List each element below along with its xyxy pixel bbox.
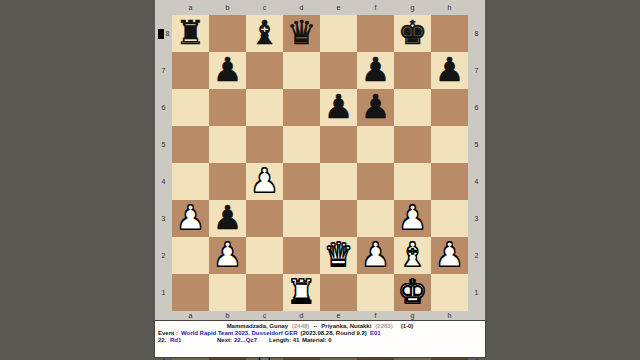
rank-label-1-left: 1 <box>155 274 172 311</box>
square-d4 <box>283 163 320 200</box>
rank-label-5-right: 5 <box>468 126 485 163</box>
square-f2: ♟ <box>357 237 394 274</box>
game-result: (1-0) <box>401 323 414 329</box>
white-pawn-b2: ♟ <box>213 238 243 271</box>
rank-label-8-left: 8 <box>155 15 172 52</box>
black-pawn-f7: ♟ <box>361 53 391 86</box>
square-f1 <box>357 274 394 311</box>
square-b5 <box>209 126 246 163</box>
file-label-e: e <box>320 0 357 15</box>
rank-label-1-right: 1 <box>468 274 485 311</box>
square-f5 <box>357 126 394 163</box>
square-a4 <box>172 163 209 200</box>
square-e8 <box>320 15 357 52</box>
square-d3 <box>283 200 320 237</box>
square-h2: ♟ <box>431 237 468 274</box>
event-line: Event :World Rapid Team 2023, Dusseldorf… <box>158 330 485 336</box>
players-separator: -- <box>313 323 317 329</box>
file-label-d: d <box>283 0 320 15</box>
black-pawn-f6: ♟ <box>361 90 391 123</box>
square-a1 <box>172 274 209 311</box>
event-name: World Rapid Team 2023, Dusseldorf GER <box>181 330 297 336</box>
square-c5 <box>246 126 283 163</box>
square-c4: ♟ <box>246 163 283 200</box>
file-label-e: e <box>320 311 357 320</box>
square-h5 <box>431 126 468 163</box>
square-h8 <box>431 15 468 52</box>
square-f8 <box>357 15 394 52</box>
black-rook-a8: ♜ <box>176 16 206 49</box>
square-h7: ♟ <box>431 52 468 89</box>
square-e4 <box>320 163 357 200</box>
square-h6 <box>431 89 468 126</box>
last-move: Rd1 <box>170 337 181 343</box>
black-queen-d8: ♛ <box>287 16 317 49</box>
video-frame: abcdefgh 87654321 ♜♝♛♚♟♟♟♟♟♟♟♟♟♟♛♟♝♟♜♚ 8… <box>0 0 640 360</box>
next-move: 22...Qc7 <box>234 337 257 343</box>
rank-label-6-left: 6 <box>155 89 172 126</box>
game-info-panel: Mammadzada, Gunay(2448)--Priyanka, Nutak… <box>154 320 486 358</box>
square-b3: ♟ <box>209 200 246 237</box>
moves-line: 22. Rd1 Next: 22...Qc7 Length: 41 Materi… <box>155 337 485 345</box>
analysis-panel: abcdefgh 87654321 ♜♝♛♚♟♟♟♟♟♟♟♟♟♟♛♟♝♟♜♚ 8… <box>155 0 485 358</box>
white-rook-d1: ♜ <box>287 275 317 308</box>
square-e7 <box>320 52 357 89</box>
file-labels-top: abcdefgh <box>172 0 468 15</box>
square-d8: ♛ <box>283 15 320 52</box>
square-c2 <box>246 237 283 274</box>
next-label: Next: <box>217 337 232 343</box>
white-player-name: Mammadzada, Gunay <box>227 323 288 329</box>
square-a3: ♟ <box>172 200 209 237</box>
square-a7 <box>172 52 209 89</box>
square-a2 <box>172 237 209 274</box>
file-label-c: c <box>246 0 283 15</box>
square-g5 <box>394 126 431 163</box>
square-c1 <box>246 274 283 311</box>
file-label-g: g <box>394 0 431 15</box>
rank-label-3-right: 3 <box>468 200 485 237</box>
square-d7 <box>283 52 320 89</box>
square-c8: ♝ <box>246 15 283 52</box>
white-king-g1: ♚ <box>398 275 428 308</box>
square-g1: ♚ <box>394 274 431 311</box>
white-pawn-h2: ♟ <box>435 238 465 271</box>
white-pawn-g3: ♟ <box>398 201 428 234</box>
square-b2: ♟ <box>209 237 246 274</box>
square-h1 <box>431 274 468 311</box>
rank-labels-right: 87654321 <box>468 15 485 311</box>
black-player-name: Priyanka, Nutakki <box>321 323 371 329</box>
black-pawn-e6: ♟ <box>324 90 354 123</box>
square-f4 <box>357 163 394 200</box>
chess-board: ♜♝♛♚♟♟♟♟♟♟♟♟♟♟♛♟♝♟♜♚ <box>172 15 468 311</box>
white-queen-e2: ♛ <box>324 238 354 271</box>
file-label-b: b <box>209 311 246 320</box>
square-g3: ♟ <box>394 200 431 237</box>
rank-label-2-left: 2 <box>155 237 172 274</box>
square-b6 <box>209 89 246 126</box>
move-number: 22. <box>158 337 166 343</box>
square-f3 <box>357 200 394 237</box>
square-b8 <box>209 15 246 52</box>
square-d2 <box>283 237 320 274</box>
square-b7: ♟ <box>209 52 246 89</box>
file-label-d: d <box>283 311 320 320</box>
square-e3 <box>320 200 357 237</box>
square-g7 <box>394 52 431 89</box>
file-label-h: h <box>431 311 468 320</box>
rank-labels-left: 87654321 <box>155 15 172 311</box>
white-pawn-f2: ♟ <box>361 238 391 271</box>
square-h3 <box>431 200 468 237</box>
square-b1 <box>209 274 246 311</box>
black-player-rating: (2283) <box>375 323 392 329</box>
rank-label-2-right: 2 <box>468 237 485 274</box>
square-c7 <box>246 52 283 89</box>
square-e5 <box>320 126 357 163</box>
white-player-rating: (2448) <box>292 323 309 329</box>
square-e6: ♟ <box>320 89 357 126</box>
file-label-c: c <box>246 311 283 320</box>
rank-label-5-left: 5 <box>155 126 172 163</box>
board-margin: abcdefgh 87654321 ♜♝♛♚♟♟♟♟♟♟♟♟♟♟♛♟♝♟♜♚ 8… <box>155 0 485 320</box>
file-label-h: h <box>431 0 468 15</box>
square-f7: ♟ <box>357 52 394 89</box>
white-bishop-g2: ♝ <box>398 238 428 271</box>
file-label-f: f <box>357 311 394 320</box>
players-line: Mammadzada, Gunay(2448)--Priyanka, Nutak… <box>155 323 485 329</box>
square-a8: ♜ <box>172 15 209 52</box>
square-g8: ♚ <box>394 15 431 52</box>
square-f6: ♟ <box>357 89 394 126</box>
square-g2: ♝ <box>394 237 431 274</box>
white-pawn-c4: ♟ <box>250 164 280 197</box>
file-labels-bottom: abcdefgh <box>172 311 468 320</box>
square-e1 <box>320 274 357 311</box>
square-d1: ♜ <box>283 274 320 311</box>
eco-code: E01 <box>370 330 381 336</box>
square-d5 <box>283 126 320 163</box>
black-pawn-h7: ♟ <box>435 53 465 86</box>
rank-label-7-right: 7 <box>468 52 485 89</box>
event-label: Event : <box>158 330 178 336</box>
square-c3 <box>246 200 283 237</box>
rank-label-7-left: 7 <box>155 52 172 89</box>
square-h4 <box>431 163 468 200</box>
rank-label-6-right: 6 <box>468 89 485 126</box>
black-king-g8: ♚ <box>398 16 428 49</box>
square-c6 <box>246 89 283 126</box>
black-to-move-indicator <box>158 29 164 39</box>
black-bishop-c8: ♝ <box>250 16 280 49</box>
event-details: (2023.08.28, Round 9.2) <box>301 330 367 336</box>
rank-label-4-left: 4 <box>155 163 172 200</box>
length-value: Length: 41 <box>269 337 299 343</box>
square-g6 <box>394 89 431 126</box>
black-pawn-b7: ♟ <box>213 53 243 86</box>
rank-label-4-right: 4 <box>468 163 485 200</box>
file-label-a: a <box>172 311 209 320</box>
white-pawn-a3: ♟ <box>176 201 206 234</box>
file-label-a: a <box>172 0 209 15</box>
file-label-f: f <box>357 0 394 15</box>
square-d6 <box>283 89 320 126</box>
square-e2: ♛ <box>320 237 357 274</box>
material-value: Material: 0 <box>302 337 332 343</box>
square-a6 <box>172 89 209 126</box>
rank-label-8-right: 8 <box>468 15 485 52</box>
file-label-g: g <box>394 311 431 320</box>
rank-label-3-left: 3 <box>155 200 172 237</box>
square-g4 <box>394 163 431 200</box>
file-label-b: b <box>209 0 246 15</box>
square-a5 <box>172 126 209 163</box>
black-pawn-b3: ♟ <box>213 201 243 234</box>
square-b4 <box>209 163 246 200</box>
